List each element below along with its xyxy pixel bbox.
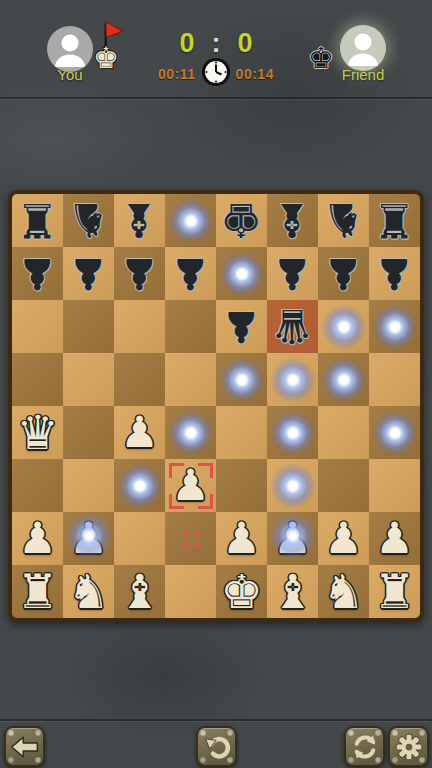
legal-move-dot[interactable]: [270, 357, 316, 403]
square-e4[interactable]: [216, 406, 267, 459]
square-h5[interactable]: [369, 353, 420, 406]
left-player-name: You: [30, 66, 110, 83]
square-b4[interactable]: [63, 406, 114, 459]
piece-black-pawn[interactable]: ♟: [69, 252, 108, 295]
header-divider: [0, 97, 432, 99]
square-f7[interactable]: ♟: [267, 247, 318, 300]
piece-white-pawn[interactable]: ♟: [324, 517, 363, 560]
square-b6[interactable]: [63, 300, 114, 353]
square-e8[interactable]: ♚: [216, 194, 267, 247]
piece-white-queen[interactable]: ♛: [16, 409, 58, 456]
right-player-name: Friend: [323, 66, 403, 83]
square-a7[interactable]: ♟: [12, 247, 63, 300]
square-c4[interactable]: ♟: [114, 406, 165, 459]
square-a1[interactable]: ♜: [12, 565, 63, 618]
piece-white-rook[interactable]: ♜: [16, 568, 58, 615]
score-left: 0: [179, 28, 194, 59]
legal-move-dot[interactable]: [270, 463, 316, 509]
square-b7[interactable]: ♟: [63, 247, 114, 300]
legal-move-dot[interactable]: [219, 357, 265, 403]
piece-white-pawn[interactable]: ♟: [69, 517, 108, 560]
square-a3[interactable]: [12, 459, 63, 512]
square-a2[interactable]: ♟: [12, 512, 63, 565]
square-d6[interactable]: [165, 300, 216, 353]
piece-black-pawn[interactable]: ♟: [18, 252, 57, 295]
square-e1[interactable]: ♚: [216, 565, 267, 618]
square-c8[interactable]: ♝: [114, 194, 165, 247]
square-g8[interactable]: ♞: [318, 194, 369, 247]
square-b8[interactable]: ♞: [63, 194, 114, 247]
last-move-from-marker: [183, 531, 200, 548]
rotate-icon: [351, 733, 379, 761]
square-d7[interactable]: ♟: [165, 247, 216, 300]
square-d4[interactable]: [165, 406, 216, 459]
square-d5[interactable]: [165, 353, 216, 406]
piece-white-pawn[interactable]: ♟: [375, 517, 414, 560]
square-c3[interactable]: [114, 459, 165, 512]
square-f1[interactable]: ♝: [267, 565, 318, 618]
piece-white-pawn[interactable]: ♟: [18, 517, 57, 560]
piece-black-bishop[interactable]: ♝: [271, 197, 313, 244]
square-c2[interactable]: [114, 512, 165, 565]
piece-white-pawn[interactable]: ♟: [120, 411, 159, 454]
toolbar-divider: [0, 719, 432, 721]
square-h1[interactable]: ♜: [369, 565, 420, 618]
square-b3[interactable]: [63, 459, 114, 512]
piece-white-pawn[interactable]: ♟: [222, 517, 261, 560]
legal-move-dot[interactable]: [117, 463, 163, 509]
square-d1[interactable]: [165, 565, 216, 618]
piece-black-pawn[interactable]: ♟: [375, 252, 414, 295]
square-d2[interactable]: [165, 512, 216, 565]
square-f6[interactable]: ♛: [267, 300, 318, 353]
back-button[interactable]: [4, 726, 45, 767]
piece-black-pawn[interactable]: ♟: [120, 252, 159, 295]
square-h2[interactable]: ♟: [369, 512, 420, 565]
gear-icon: [394, 732, 424, 762]
square-b2[interactable]: ♟: [63, 512, 114, 565]
square-e5[interactable]: [216, 353, 267, 406]
score-separator: :: [212, 28, 221, 59]
square-g3[interactable]: [318, 459, 369, 512]
square-a4[interactable]: ♛: [12, 406, 63, 459]
right-player-avatar[interactable]: [340, 25, 386, 71]
right-clock: 00:14: [236, 66, 274, 82]
square-f5[interactable]: [267, 353, 318, 406]
piece-black-queen[interactable]: ♛: [271, 303, 313, 350]
square-a8[interactable]: ♜: [12, 194, 63, 247]
legal-move-dot[interactable]: [168, 198, 214, 244]
piece-white-knight[interactable]: ♞: [322, 568, 364, 615]
piece-black-knight[interactable]: ♞: [67, 197, 109, 244]
piece-white-rook[interactable]: ♜: [373, 568, 415, 615]
square-g1[interactable]: ♞: [318, 565, 369, 618]
piece-black-pawn[interactable]: ♟: [273, 252, 312, 295]
piece-black-bishop[interactable]: ♝: [118, 197, 160, 244]
legal-move-dot[interactable]: [321, 304, 367, 350]
square-h6[interactable]: [369, 300, 420, 353]
square-h4[interactable]: [369, 406, 420, 459]
square-h7[interactable]: ♟: [369, 247, 420, 300]
back-arrow-icon: [10, 734, 40, 760]
rotate-button[interactable]: [344, 726, 385, 767]
undo-button[interactable]: [196, 726, 237, 767]
square-h8[interactable]: ♜: [369, 194, 420, 247]
piece-white-pawn[interactable]: ♟: [273, 517, 312, 560]
square-e7[interactable]: [216, 247, 267, 300]
square-c7[interactable]: ♟: [114, 247, 165, 300]
piece-white-bishop[interactable]: ♝: [118, 568, 160, 615]
square-h3[interactable]: [369, 459, 420, 512]
square-c1[interactable]: ♝: [114, 565, 165, 618]
square-f3[interactable]: [267, 459, 318, 512]
left-clock: 00:11: [158, 66, 196, 82]
piece-black-pawn[interactable]: ♟: [222, 305, 261, 348]
square-g7[interactable]: ♟: [318, 247, 369, 300]
score-right: 0: [238, 28, 253, 59]
square-f4[interactable]: [267, 406, 318, 459]
board-grid: ♜♞♝♚♝♞♜♟♟♟♟♟♟♟♟♛♛♟♟♟♟♟♟♟♟♜♞♝♚♝♞♜: [12, 194, 420, 618]
square-b5[interactable]: [63, 353, 114, 406]
clocks: 00:11 00:14: [140, 57, 292, 91]
square-a5[interactable]: [12, 353, 63, 406]
square-f8[interactable]: ♝: [267, 194, 318, 247]
legal-move-dot[interactable]: [168, 410, 214, 456]
square-g2[interactable]: ♟: [318, 512, 369, 565]
undo-arrow-icon: [203, 733, 231, 761]
square-g6[interactable]: [318, 300, 369, 353]
square-e2[interactable]: ♟: [216, 512, 267, 565]
square-e3[interactable]: [216, 459, 267, 512]
piece-black-knight[interactable]: ♞: [322, 197, 364, 244]
square-d8[interactable]: [165, 194, 216, 247]
square-f2[interactable]: ♟: [267, 512, 318, 565]
square-g4[interactable]: [318, 406, 369, 459]
piece-black-rook[interactable]: ♜: [16, 197, 58, 244]
piece-black-pawn[interactable]: ♟: [324, 252, 363, 295]
square-a6[interactable]: [12, 300, 63, 353]
legal-move-dot[interactable]: [270, 410, 316, 456]
square-b1[interactable]: ♞: [63, 565, 114, 618]
square-d3[interactable]: ♟: [165, 459, 216, 512]
piece-black-pawn[interactable]: ♟: [171, 252, 210, 295]
square-e6[interactable]: ♟: [216, 300, 267, 353]
piece-white-bishop[interactable]: ♝: [271, 568, 313, 615]
square-c6[interactable]: [114, 300, 165, 353]
piece-white-knight[interactable]: ♞: [67, 568, 109, 615]
square-g5[interactable]: [318, 353, 369, 406]
person-icon: [340, 25, 386, 71]
legal-move-dot[interactable]: [372, 304, 418, 350]
legal-move-dot[interactable]: [372, 410, 418, 456]
piece-black-rook[interactable]: ♜: [373, 197, 415, 244]
square-c5[interactable]: [114, 353, 165, 406]
chess-board: ♜♞♝♚♝♞♜♟♟♟♟♟♟♟♟♛♛♟♟♟♟♟♟♟♟♜♞♝♚♝♞♜: [8, 190, 424, 622]
legal-move-dot[interactable]: [219, 251, 265, 297]
clock-icon: [201, 57, 231, 91]
legal-move-dot[interactable]: [321, 357, 367, 403]
score: 0:0: [150, 28, 282, 59]
piece-black-king[interactable]: ♚: [220, 197, 262, 244]
settings-button[interactable]: [388, 726, 429, 767]
piece-white-pawn[interactable]: ♟: [171, 464, 210, 507]
piece-white-king[interactable]: ♚: [220, 568, 262, 615]
